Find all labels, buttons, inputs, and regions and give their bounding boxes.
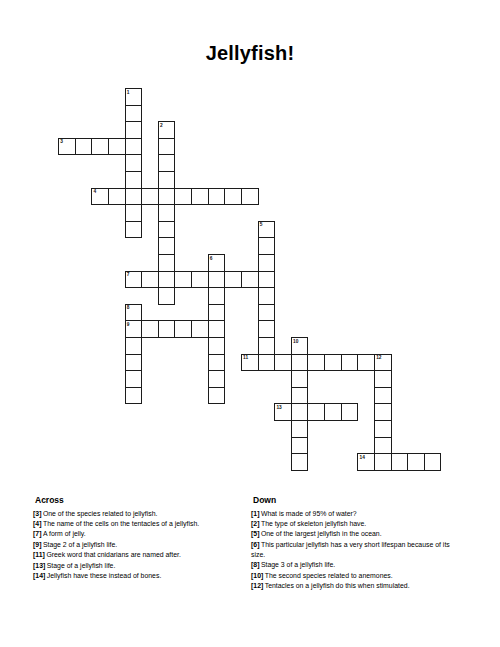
cell-number: 13 bbox=[276, 405, 281, 411]
grid-cell[interactable]: 7 bbox=[125, 271, 143, 289]
across-header: Across bbox=[33, 496, 243, 506]
grid-cell[interactable] bbox=[291, 354, 309, 372]
cell-number: 14 bbox=[360, 455, 365, 461]
grid-cell[interactable] bbox=[158, 287, 176, 305]
grid-cell[interactable]: 8 bbox=[125, 304, 143, 322]
clue-item-text: One of the species related to jellyfish. bbox=[43, 510, 158, 517]
clue-item: [14]Jellyfish have these instead of bone… bbox=[33, 571, 243, 581]
grid-cell[interactable] bbox=[208, 370, 226, 388]
clue-item-number: [14] bbox=[33, 572, 45, 579]
cell-number: 11 bbox=[243, 355, 248, 361]
grid-cell[interactable]: 5 bbox=[258, 221, 276, 239]
grid-cell[interactable] bbox=[258, 287, 276, 305]
puzzle-page: Jellyfish! 1234567891011121314 Across [3… bbox=[0, 0, 500, 647]
grid-cell[interactable] bbox=[125, 370, 143, 388]
clue-item-number: [11] bbox=[33, 551, 45, 558]
clue-item: [8]Stage 3 of a jellyfish life. bbox=[251, 560, 461, 570]
grid-cell[interactable] bbox=[91, 138, 109, 156]
grid-cell[interactable] bbox=[174, 188, 192, 206]
clue-item: [10]The second species related to anemon… bbox=[251, 571, 461, 581]
clue-item-number: [9] bbox=[33, 541, 41, 548]
grid-cell[interactable] bbox=[307, 354, 325, 372]
clue-item-text: This particular jellyfish has a very sho… bbox=[251, 541, 450, 558]
clue-item: [11]Greek word that cnidarians are named… bbox=[33, 550, 243, 560]
grid-cell[interactable] bbox=[158, 204, 176, 222]
grid-cell[interactable] bbox=[258, 271, 276, 289]
grid-cell[interactable] bbox=[258, 354, 276, 372]
clue-item: [13]Stage of a jellyfish life. bbox=[33, 561, 243, 571]
grid-cell[interactable]: 4 bbox=[91, 188, 109, 206]
grid-cell[interactable]: 11 bbox=[241, 354, 259, 372]
grid-cell[interactable] bbox=[291, 370, 309, 388]
grid-cell[interactable] bbox=[125, 154, 143, 172]
grid-cell[interactable] bbox=[125, 121, 143, 139]
grid-cell[interactable] bbox=[158, 221, 176, 239]
grid-cell[interactable] bbox=[208, 320, 226, 338]
grid-cell[interactable] bbox=[291, 403, 309, 421]
clue-item-number: [2] bbox=[251, 520, 259, 527]
grid-cell[interactable] bbox=[125, 188, 143, 206]
grid-cell[interactable]: 13 bbox=[274, 403, 292, 421]
grid-cell[interactable] bbox=[125, 221, 143, 239]
grid-cell[interactable] bbox=[158, 271, 176, 289]
grid-cell[interactable] bbox=[141, 271, 159, 289]
grid-cell[interactable] bbox=[75, 138, 93, 156]
clue-item-text: One of the largest jellyfish in the ocea… bbox=[261, 530, 382, 537]
grid-cell[interactable] bbox=[208, 304, 226, 322]
grid-cell[interactable] bbox=[274, 354, 292, 372]
grid-cell[interactable] bbox=[324, 354, 342, 372]
grid-cell[interactable] bbox=[191, 320, 209, 338]
grid-cell[interactable] bbox=[208, 287, 226, 305]
grid-cell[interactable] bbox=[258, 304, 276, 322]
clue-item: [3]One of the species related to jellyfi… bbox=[33, 509, 243, 519]
clue-item: [7]A form of jelly. bbox=[33, 529, 243, 539]
cell-number: 3 bbox=[60, 139, 63, 145]
grid-cell[interactable] bbox=[141, 188, 159, 206]
clue-item-text: Stage 2 of a jellyfish life. bbox=[43, 541, 117, 548]
grid-cell[interactable] bbox=[291, 437, 309, 455]
cell-number: 10 bbox=[293, 339, 298, 345]
grid-cell[interactable] bbox=[174, 271, 192, 289]
grid-cell[interactable] bbox=[125, 204, 143, 222]
clue-item-number: [4] bbox=[33, 520, 41, 527]
grid-cell[interactable] bbox=[108, 188, 126, 206]
grid-cell[interactable] bbox=[341, 354, 359, 372]
clue-item-text: A form of jelly. bbox=[43, 530, 86, 537]
clue-item-text: The second species related to anemones. bbox=[265, 572, 393, 579]
grid-cell[interactable] bbox=[158, 154, 176, 172]
grid-cell[interactable] bbox=[208, 354, 226, 372]
cell-number: 12 bbox=[376, 355, 381, 361]
grid-cell[interactable] bbox=[341, 403, 359, 421]
grid-cell[interactable] bbox=[424, 453, 442, 471]
grid-cell[interactable] bbox=[158, 188, 176, 206]
grid-cell[interactable]: 10 bbox=[291, 337, 309, 355]
cell-number: 5 bbox=[260, 222, 263, 228]
clue-item-number: [1] bbox=[251, 510, 259, 517]
clue-item-number: [6] bbox=[251, 541, 259, 548]
clue-item: [5]One of the largest jellyfish in the o… bbox=[251, 529, 461, 539]
grid-cell[interactable] bbox=[224, 188, 242, 206]
grid-cell[interactable] bbox=[324, 403, 342, 421]
grid-cell[interactable] bbox=[158, 254, 176, 272]
grid-cell[interactable] bbox=[258, 237, 276, 255]
grid-cell[interactable] bbox=[374, 437, 392, 455]
clue-item-number: [5] bbox=[251, 530, 259, 537]
grid-cell[interactable] bbox=[125, 387, 143, 405]
grid-cell[interactable] bbox=[291, 387, 309, 405]
clue-item: [6]This particular jellyfish has a very … bbox=[251, 540, 461, 559]
grid-cell[interactable] bbox=[258, 320, 276, 338]
puzzle-title: Jellyfish! bbox=[0, 40, 500, 66]
grid-cell[interactable] bbox=[258, 337, 276, 355]
across-clues-section: Across [3]One of the species related to … bbox=[33, 496, 243, 582]
grid-cell[interactable] bbox=[374, 453, 392, 471]
grid-cell[interactable] bbox=[291, 420, 309, 438]
grid-cell[interactable]: 6 bbox=[208, 254, 226, 272]
grid-cell[interactable] bbox=[407, 453, 425, 471]
clue-item-number: [8] bbox=[251, 561, 259, 568]
grid-cell[interactable] bbox=[141, 320, 159, 338]
clue-item-number: [7] bbox=[33, 530, 41, 537]
cell-number: 6 bbox=[210, 256, 213, 262]
cell-number: 9 bbox=[127, 322, 130, 328]
grid-cell[interactable] bbox=[391, 453, 409, 471]
down-clues-section: Down [1]What is made of 95% of water?[2]… bbox=[251, 496, 461, 591]
clue-item-number: [10] bbox=[251, 572, 263, 579]
clue-item-text: Tentacles on a jellyfish do this when st… bbox=[265, 582, 410, 589]
grid-cell[interactable] bbox=[241, 271, 259, 289]
grid-cell[interactable] bbox=[125, 105, 143, 123]
grid-cell[interactable]: 12 bbox=[374, 354, 392, 372]
grid-cell[interactable] bbox=[374, 403, 392, 421]
grid-cell[interactable] bbox=[108, 138, 126, 156]
grid-cell[interactable] bbox=[374, 420, 392, 438]
grid-cell[interactable] bbox=[357, 354, 375, 372]
grid-cell[interactable] bbox=[191, 188, 209, 206]
grid-cell[interactable]: 2 bbox=[158, 121, 176, 139]
grid-cell[interactable] bbox=[158, 138, 176, 156]
clue-item-text: The type of skeleton jellyfish have. bbox=[261, 520, 366, 527]
clue-item: [4]The name of the cells on the tentacle… bbox=[33, 519, 243, 529]
cell-number: 1 bbox=[127, 90, 130, 96]
grid-cell[interactable] bbox=[307, 403, 325, 421]
clue-item-text: The name of the cells on the tentacles o… bbox=[43, 520, 199, 527]
clue-item-text: Stage of a jellyfish life. bbox=[47, 562, 116, 569]
grid-cell[interactable]: 3 bbox=[58, 138, 76, 156]
grid-cell[interactable] bbox=[174, 320, 192, 338]
grid-cell[interactable] bbox=[208, 271, 226, 289]
grid-cell[interactable] bbox=[374, 370, 392, 388]
clue-item-text: Greek word that cnidarians are named aft… bbox=[46, 551, 180, 558]
clue-item: [12]Tentacles on a jellyfish do this whe… bbox=[251, 581, 461, 591]
grid-cell[interactable] bbox=[158, 171, 176, 189]
grid-cell[interactable] bbox=[158, 237, 176, 255]
grid-cell[interactable] bbox=[258, 254, 276, 272]
clue-item-text: What is made of 95% of water? bbox=[261, 510, 357, 517]
cell-number: 4 bbox=[93, 189, 96, 195]
grid-cell[interactable] bbox=[191, 271, 209, 289]
cell-number: 2 bbox=[160, 123, 163, 129]
clue-item-number: [12] bbox=[251, 582, 263, 589]
across-clue-list: [3]One of the species related to jellyfi… bbox=[33, 509, 243, 582]
clue-item-text: Stage 3 of a jellyfish life. bbox=[261, 561, 335, 568]
down-clue-list: [1]What is made of 95% of water?[2]The t… bbox=[251, 509, 461, 591]
grid-cell[interactable] bbox=[125, 171, 143, 189]
clue-item: [2]The type of skeleton jellyfish have. bbox=[251, 519, 461, 529]
clue-item: [9]Stage 2 of a jellyfish life. bbox=[33, 540, 243, 550]
grid-cell[interactable] bbox=[125, 337, 143, 355]
clue-item: [1]What is made of 95% of water? bbox=[251, 509, 461, 519]
grid-cell[interactable] bbox=[125, 354, 143, 372]
grid-cell[interactable] bbox=[158, 320, 176, 338]
grid-cell[interactable] bbox=[208, 337, 226, 355]
cell-number: 8 bbox=[127, 305, 130, 311]
down-header: Down bbox=[251, 496, 461, 506]
grid-cell[interactable] bbox=[208, 188, 226, 206]
grid-cell[interactable] bbox=[291, 453, 309, 471]
clue-item-number: [3] bbox=[33, 510, 41, 517]
grid-cell[interactable] bbox=[241, 188, 259, 206]
grid-cell[interactable] bbox=[125, 138, 143, 156]
grid-cell[interactable] bbox=[374, 387, 392, 405]
grid-cell[interactable] bbox=[208, 387, 226, 405]
grid-cell[interactable] bbox=[224, 271, 242, 289]
grid-cell[interactable]: 1 bbox=[125, 88, 143, 106]
clue-item-number: [13] bbox=[33, 562, 45, 569]
crossword-grid: 1234567891011121314 bbox=[58, 88, 458, 488]
cell-number: 7 bbox=[127, 272, 130, 278]
clue-item-text: Jellyfish have these instead of bones. bbox=[47, 572, 162, 579]
grid-cell[interactable]: 9 bbox=[125, 320, 143, 338]
grid-cell[interactable]: 14 bbox=[357, 453, 375, 471]
